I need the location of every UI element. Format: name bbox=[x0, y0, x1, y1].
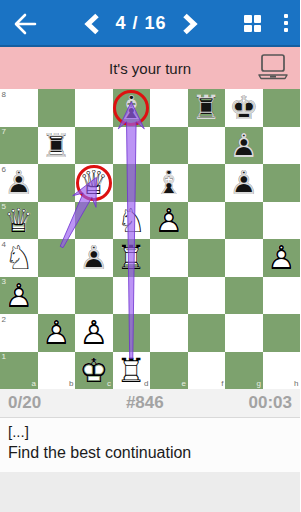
square-c8[interactable] bbox=[75, 89, 113, 127]
file-label: g bbox=[257, 380, 261, 388]
square-h7[interactable] bbox=[263, 127, 301, 165]
black-pawn-a6[interactable]: ♟♙ bbox=[0, 164, 38, 202]
rank-label: 8 bbox=[2, 91, 6, 99]
white-knight-d5[interactable]: ♞♘ bbox=[113, 202, 151, 240]
black-bishop-e6[interactable]: ♝♗ bbox=[150, 164, 188, 202]
square-h6[interactable] bbox=[263, 164, 301, 202]
moves-panel: [...] Find the best continuation bbox=[0, 418, 300, 472]
turn-banner-text: It's your turn bbox=[109, 60, 191, 77]
square-f4[interactable] bbox=[188, 239, 226, 277]
file-label: e bbox=[182, 380, 186, 388]
square-d3[interactable] bbox=[113, 277, 151, 315]
square-f7[interactable] bbox=[188, 127, 226, 165]
square-d7[interactable] bbox=[113, 127, 151, 165]
file-label: b bbox=[69, 380, 73, 388]
square-g5[interactable] bbox=[225, 202, 263, 240]
square-f1[interactable]: f bbox=[188, 352, 226, 390]
square-a2[interactable]: 2 bbox=[0, 314, 38, 352]
square-c3[interactable] bbox=[75, 277, 113, 315]
square-h8[interactable] bbox=[263, 89, 301, 127]
square-d2[interactable] bbox=[113, 314, 151, 352]
square-c5[interactable] bbox=[75, 202, 113, 240]
black-pawn-c4[interactable]: ♟♙ bbox=[75, 239, 113, 277]
next-puzzle-icon[interactable] bbox=[182, 13, 198, 35]
chess-board[interactable]: 87654321abcdefgh♝♗♜♖♚♔♜♖♟♙♟♙♛♕♝♗♟♙♛♕♞♘♟♙… bbox=[0, 89, 300, 389]
black-bishop-d8[interactable]: ♝♗ bbox=[113, 89, 151, 127]
square-g2[interactable] bbox=[225, 314, 263, 352]
file-label: f bbox=[221, 380, 223, 388]
instruction-text: Find the best continuation bbox=[8, 444, 292, 462]
score-counter: 0/20 bbox=[8, 393, 41, 413]
puzzle-navigation: 4 / 16 bbox=[84, 0, 198, 47]
square-h1[interactable]: h bbox=[263, 352, 301, 390]
square-e1[interactable]: e bbox=[150, 352, 188, 390]
square-a8[interactable]: 8 bbox=[0, 89, 38, 127]
square-b1[interactable]: b bbox=[38, 352, 76, 390]
rank-label: 1 bbox=[2, 353, 6, 361]
white-queen-a5[interactable]: ♛♕ bbox=[0, 202, 38, 240]
white-pawn-h4[interactable]: ♟♙ bbox=[263, 239, 301, 277]
square-a1[interactable]: 1a bbox=[0, 352, 38, 390]
square-e8[interactable] bbox=[150, 89, 188, 127]
file-label: a bbox=[32, 380, 36, 388]
square-e3[interactable] bbox=[150, 277, 188, 315]
turn-banner: It's your turn bbox=[0, 47, 300, 89]
overflow-menu-icon[interactable] bbox=[284, 14, 288, 32]
black-rook-f8[interactable]: ♜♖ bbox=[188, 89, 226, 127]
back-arrow-icon[interactable] bbox=[12, 11, 38, 37]
white-knight-a4[interactable]: ♞♘ bbox=[0, 239, 38, 277]
square-b5[interactable] bbox=[38, 202, 76, 240]
move-history: [...] bbox=[8, 423, 292, 440]
rank-label: 7 bbox=[2, 128, 6, 136]
square-g1[interactable]: g bbox=[225, 352, 263, 390]
file-label: h bbox=[294, 380, 298, 388]
square-h3[interactable] bbox=[263, 277, 301, 315]
chess-tactics-app: 4 / 16 It's your turn 87654321abcdefgh♝♗… bbox=[0, 0, 300, 512]
black-king-g8[interactable]: ♚♔ bbox=[225, 89, 263, 127]
square-f2[interactable] bbox=[188, 314, 226, 352]
white-pawn-a3[interactable]: ♟♙ bbox=[0, 277, 38, 315]
timer: 00:03 bbox=[249, 393, 292, 413]
square-f6[interactable] bbox=[188, 164, 226, 202]
square-h2[interactable] bbox=[263, 314, 301, 352]
status-bar: 0/20 #846 00:03 bbox=[0, 389, 300, 418]
empty-area bbox=[0, 472, 300, 512]
computer-icon bbox=[256, 52, 290, 83]
square-g3[interactable] bbox=[225, 277, 263, 315]
rank-label: 2 bbox=[2, 316, 6, 324]
white-rook-d1[interactable]: ♜♖ bbox=[113, 352, 151, 390]
square-f5[interactable] bbox=[188, 202, 226, 240]
square-e4[interactable] bbox=[150, 239, 188, 277]
square-e2[interactable] bbox=[150, 314, 188, 352]
prev-puzzle-icon[interactable] bbox=[84, 13, 100, 35]
grid-menu-icon[interactable] bbox=[244, 15, 261, 32]
square-h5[interactable] bbox=[263, 202, 301, 240]
square-d6[interactable] bbox=[113, 164, 151, 202]
white-pawn-e5[interactable]: ♟♙ bbox=[150, 202, 188, 240]
puzzle-position-label: 4 / 16 bbox=[115, 13, 166, 34]
square-b8[interactable] bbox=[38, 89, 76, 127]
square-f3[interactable] bbox=[188, 277, 226, 315]
square-b3[interactable] bbox=[38, 277, 76, 315]
puzzle-number: #846 bbox=[126, 393, 164, 413]
square-a7[interactable]: 7 bbox=[0, 127, 38, 165]
white-pawn-c2[interactable]: ♟♙ bbox=[75, 314, 113, 352]
square-b4[interactable] bbox=[38, 239, 76, 277]
white-pawn-b2[interactable]: ♟♙ bbox=[38, 314, 76, 352]
black-pawn-g6[interactable]: ♟♙ bbox=[225, 164, 263, 202]
white-queen-c6[interactable]: ♛♕ bbox=[75, 164, 113, 202]
square-b6[interactable] bbox=[38, 164, 76, 202]
top-bar: 4 / 16 bbox=[0, 0, 300, 47]
white-king-c1[interactable]: ♚♔ bbox=[75, 352, 113, 390]
white-rook-d4[interactable]: ♜♖ bbox=[113, 239, 151, 277]
square-e7[interactable] bbox=[150, 127, 188, 165]
square-c7[interactable] bbox=[75, 127, 113, 165]
square-g4[interactable] bbox=[225, 239, 263, 277]
black-pawn-g7[interactable]: ♟♙ bbox=[225, 127, 263, 165]
black-rook-b7[interactable]: ♜♖ bbox=[38, 127, 76, 165]
